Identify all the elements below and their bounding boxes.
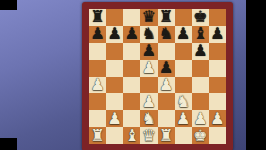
square-e3 <box>158 93 175 110</box>
letterbox-right-bar <box>246 0 266 150</box>
square-b6 <box>106 43 123 60</box>
square-a1: ♜ <box>89 127 106 144</box>
square-h1 <box>209 127 226 144</box>
square-d4 <box>140 77 157 94</box>
square-h4 <box>209 77 226 94</box>
piece-white-bishop: ♝ <box>125 127 139 143</box>
piece-black-pawn: ♟ <box>125 26 139 42</box>
piece-black-pawn: ♟ <box>142 43 156 59</box>
square-b3 <box>106 93 123 110</box>
piece-black-pawn: ♟ <box>176 26 190 42</box>
square-h2: ♟ <box>209 110 226 127</box>
square-g8: ♚ <box>192 9 209 26</box>
square-b1 <box>106 127 123 144</box>
square-d6: ♟ <box>140 43 157 60</box>
square-d7: ♞ <box>140 26 157 43</box>
piece-white-pawn: ♟ <box>90 77 104 93</box>
square-b8 <box>106 9 123 26</box>
square-h6 <box>209 43 226 60</box>
piece-white-pawn: ♟ <box>193 110 207 126</box>
square-a3 <box>89 93 106 110</box>
piece-white-pawn: ♟ <box>176 110 190 126</box>
square-f2: ♟ <box>175 110 192 127</box>
square-g4 <box>192 77 209 94</box>
square-c7: ♟ <box>123 26 140 43</box>
square-a7: ♟ <box>89 26 106 43</box>
piece-white-pawn: ♟ <box>159 77 173 93</box>
square-d8: ♛ <box>140 9 157 26</box>
piece-black-rook: ♜ <box>159 9 173 25</box>
square-g1: ♚ <box>192 127 209 144</box>
square-c5 <box>123 60 140 77</box>
letterbox-corner-bottom-left <box>0 138 17 150</box>
square-f4 <box>175 77 192 94</box>
square-h8 <box>209 9 226 26</box>
square-c6 <box>123 43 140 60</box>
piece-black-queen: ♛ <box>142 9 156 25</box>
square-e5: ♟ <box>158 60 175 77</box>
square-b7: ♟ <box>106 26 123 43</box>
square-a8: ♜ <box>89 9 106 26</box>
piece-black-pawn: ♟ <box>159 60 173 76</box>
square-c1: ♝ <box>123 127 140 144</box>
square-g5 <box>192 60 209 77</box>
square-h3 <box>209 93 226 110</box>
square-g6: ♟ <box>192 43 209 60</box>
square-c2 <box>123 110 140 127</box>
square-e4: ♟ <box>158 77 175 94</box>
square-g2: ♟ <box>192 110 209 127</box>
square-e6 <box>158 43 175 60</box>
square-h5 <box>209 60 226 77</box>
square-e1: ♜ <box>158 127 175 144</box>
piece-white-pawn: ♟ <box>142 60 156 76</box>
piece-black-knight: ♞ <box>142 26 156 42</box>
piece-white-queen: ♛ <box>142 127 156 143</box>
piece-white-pawn: ♟ <box>210 110 224 126</box>
piece-black-pawn: ♟ <box>210 26 224 42</box>
square-e8: ♜ <box>158 9 175 26</box>
chess-board: ♜♛♜♚♟♟♟♞♞♟♝♟♟♟♟♟♟♟♟♞♟♞♟♟♟♜♝♛♜♚ <box>82 2 233 150</box>
square-a4: ♟ <box>89 77 106 94</box>
piece-white-king: ♚ <box>193 127 207 143</box>
piece-white-pawn: ♟ <box>108 110 122 126</box>
piece-white-rook: ♜ <box>159 127 173 143</box>
piece-white-pawn: ♟ <box>142 93 156 109</box>
square-f5 <box>175 60 192 77</box>
square-h7: ♟ <box>209 26 226 43</box>
square-g3 <box>192 93 209 110</box>
square-f7: ♟ <box>175 26 192 43</box>
square-b5 <box>106 60 123 77</box>
piece-white-rook: ♜ <box>90 127 104 143</box>
square-e7: ♞ <box>158 26 175 43</box>
square-f6 <box>175 43 192 60</box>
square-a6 <box>89 43 106 60</box>
square-c3 <box>123 93 140 110</box>
piece-black-pawn: ♟ <box>193 43 207 59</box>
square-a5 <box>89 60 106 77</box>
square-c4 <box>123 77 140 94</box>
square-a2 <box>89 110 106 127</box>
square-f8 <box>175 9 192 26</box>
piece-black-bishop: ♝ <box>193 26 207 42</box>
piece-black-rook: ♜ <box>90 9 104 25</box>
square-f3: ♞ <box>175 93 192 110</box>
square-g7: ♝ <box>192 26 209 43</box>
video-thumbnail[interactable]: ♜♛♜♚♟♟♟♞♞♟♝♟♟♟♟♟♟♟♟♞♟♞♟♟♟♜♝♛♜♚ <box>0 0 266 150</box>
square-d1: ♛ <box>140 127 157 144</box>
letterbox-corner-top-left <box>0 0 17 10</box>
square-d3: ♟ <box>140 93 157 110</box>
square-d5: ♟ <box>140 60 157 77</box>
square-d2: ♞ <box>140 110 157 127</box>
square-c8 <box>123 9 140 26</box>
piece-black-pawn: ♟ <box>108 26 122 42</box>
square-b4 <box>106 77 123 94</box>
piece-white-knight: ♞ <box>142 110 156 126</box>
square-f1 <box>175 127 192 144</box>
chess-board-grid: ♜♛♜♚♟♟♟♞♞♟♝♟♟♟♟♟♟♟♟♞♟♞♟♟♟♜♝♛♜♚ <box>89 9 226 144</box>
square-e2 <box>158 110 175 127</box>
piece-black-pawn: ♟ <box>90 26 104 42</box>
piece-black-king: ♚ <box>193 9 207 25</box>
square-b2: ♟ <box>106 110 123 127</box>
piece-white-knight: ♞ <box>176 93 190 109</box>
piece-black-knight: ♞ <box>159 26 173 42</box>
